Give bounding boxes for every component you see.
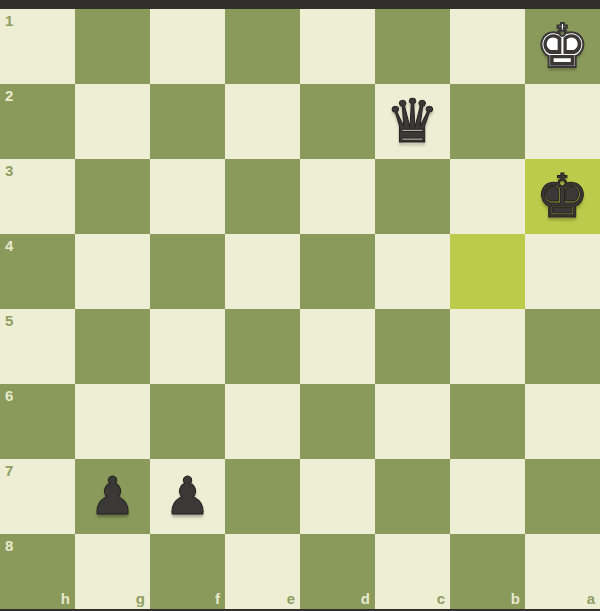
square-d8[interactable]: d <box>300 534 375 609</box>
piece-black-king[interactable]: ♚ <box>525 159 600 234</box>
square-g7[interactable]: ♟ <box>75 459 150 534</box>
square-g4[interactable] <box>75 234 150 309</box>
square-a3[interactable]: ♚ <box>525 159 600 234</box>
square-b4[interactable] <box>450 234 525 309</box>
square-e5[interactable] <box>225 309 300 384</box>
square-b3[interactable] <box>450 159 525 234</box>
square-c7[interactable] <box>375 459 450 534</box>
square-a8[interactable]: a <box>525 534 600 609</box>
file-label-f: f <box>215 591 220 606</box>
file-label-c: c <box>437 591 445 606</box>
square-e8[interactable]: e <box>225 534 300 609</box>
rank-label-7: 7 <box>5 463 13 478</box>
square-g5[interactable] <box>75 309 150 384</box>
square-h2[interactable]: 2 <box>0 84 75 159</box>
rank-label-5: 5 <box>5 313 13 328</box>
square-d3[interactable] <box>300 159 375 234</box>
square-b6[interactable] <box>450 384 525 459</box>
square-c1[interactable] <box>375 9 450 84</box>
square-c2[interactable]: ♛ <box>375 84 450 159</box>
rank-label-4: 4 <box>5 238 13 253</box>
square-c6[interactable] <box>375 384 450 459</box>
square-d1[interactable] <box>300 9 375 84</box>
piece-black-pawn[interactable]: ♟ <box>150 459 225 534</box>
square-f5[interactable] <box>150 309 225 384</box>
square-e7[interactable] <box>225 459 300 534</box>
square-e3[interactable] <box>225 159 300 234</box>
square-c4[interactable] <box>375 234 450 309</box>
square-h1[interactable]: 1 <box>0 9 75 84</box>
square-b8[interactable]: b <box>450 534 525 609</box>
file-label-h: h <box>61 591 70 606</box>
square-d4[interactable] <box>300 234 375 309</box>
rank-label-2: 2 <box>5 88 13 103</box>
square-e4[interactable] <box>225 234 300 309</box>
piece-white-king[interactable]: ♚ <box>525 9 600 84</box>
square-d2[interactable] <box>300 84 375 159</box>
square-h7[interactable]: 7 <box>0 459 75 534</box>
square-a6[interactable] <box>525 384 600 459</box>
square-a1[interactable]: ♚ <box>525 9 600 84</box>
chess-board[interactable]: 1♚2♛3♚4567♟♟8hgfedcba <box>0 9 600 609</box>
square-f8[interactable]: f <box>150 534 225 609</box>
square-f1[interactable] <box>150 9 225 84</box>
piece-black-pawn[interactable]: ♟ <box>75 459 150 534</box>
rank-label-8: 8 <box>5 538 13 553</box>
square-a2[interactable] <box>525 84 600 159</box>
square-c8[interactable]: c <box>375 534 450 609</box>
square-e6[interactable] <box>225 384 300 459</box>
square-c3[interactable] <box>375 159 450 234</box>
square-h3[interactable]: 3 <box>0 159 75 234</box>
square-b2[interactable] <box>450 84 525 159</box>
square-c5[interactable] <box>375 309 450 384</box>
rank-label-6: 6 <box>5 388 13 403</box>
square-h6[interactable]: 6 <box>0 384 75 459</box>
square-f2[interactable] <box>150 84 225 159</box>
square-g2[interactable] <box>75 84 150 159</box>
square-g8[interactable]: g <box>75 534 150 609</box>
square-e1[interactable] <box>225 9 300 84</box>
square-a4[interactable] <box>525 234 600 309</box>
square-g6[interactable] <box>75 384 150 459</box>
square-a5[interactable] <box>525 309 600 384</box>
piece-black-queen[interactable]: ♛ <box>375 84 450 159</box>
square-b1[interactable] <box>450 9 525 84</box>
square-a7[interactable] <box>525 459 600 534</box>
square-b7[interactable] <box>450 459 525 534</box>
file-label-g: g <box>136 591 145 606</box>
top-status-bar <box>0 0 600 9</box>
square-f3[interactable] <box>150 159 225 234</box>
square-d7[interactable] <box>300 459 375 534</box>
file-label-d: d <box>361 591 370 606</box>
square-e2[interactable] <box>225 84 300 159</box>
square-h4[interactable]: 4 <box>0 234 75 309</box>
square-f6[interactable] <box>150 384 225 459</box>
file-label-a: a <box>587 591 595 606</box>
rank-label-3: 3 <box>5 163 13 178</box>
rank-label-1: 1 <box>5 13 13 28</box>
square-f4[interactable] <box>150 234 225 309</box>
square-h8[interactable]: 8h <box>0 534 75 609</box>
file-label-e: e <box>287 591 295 606</box>
file-label-b: b <box>511 591 520 606</box>
square-d6[interactable] <box>300 384 375 459</box>
square-f7[interactable]: ♟ <box>150 459 225 534</box>
square-b5[interactable] <box>450 309 525 384</box>
square-h5[interactable]: 5 <box>0 309 75 384</box>
square-g1[interactable] <box>75 9 150 84</box>
square-g3[interactable] <box>75 159 150 234</box>
square-d5[interactable] <box>300 309 375 384</box>
